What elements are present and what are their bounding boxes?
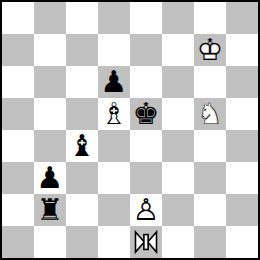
- square-g4[interactable]: [194, 130, 226, 162]
- square-f1[interactable]: [162, 226, 194, 258]
- square-h5[interactable]: [226, 98, 258, 130]
- square-h4[interactable]: [226, 130, 258, 162]
- piece-white-king: ♚♔: [194, 34, 226, 66]
- square-e1[interactable]: [130, 226, 162, 258]
- square-d1[interactable]: [98, 226, 130, 258]
- square-a4[interactable]: [2, 130, 34, 162]
- square-b3[interactable]: ♟: [34, 162, 66, 194]
- square-f4[interactable]: [162, 130, 194, 162]
- black-piece-glyph: ♚: [130, 98, 162, 130]
- square-h2[interactable]: [226, 194, 258, 226]
- square-c1[interactable]: [66, 226, 98, 258]
- piece-black-bishop: ♝: [66, 130, 98, 162]
- square-c2[interactable]: [66, 194, 98, 226]
- square-h7[interactable]: [226, 34, 258, 66]
- piece-black-rook: ♜: [34, 194, 66, 226]
- square-g5[interactable]: ♞♘: [194, 98, 226, 130]
- piece-black-pawn: ♟: [98, 66, 130, 98]
- fairy-piece-bowtie-icon: [132, 228, 160, 256]
- square-h1[interactable]: [226, 226, 258, 258]
- square-b4[interactable]: [34, 130, 66, 162]
- square-b8[interactable]: [34, 2, 66, 34]
- square-c8[interactable]: [66, 2, 98, 34]
- square-d5[interactable]: ♝♗: [98, 98, 130, 130]
- square-d8[interactable]: [98, 2, 130, 34]
- square-h6[interactable]: [226, 66, 258, 98]
- square-b6[interactable]: [34, 66, 66, 98]
- square-e4[interactable]: [130, 130, 162, 162]
- square-g7[interactable]: ♚♔: [194, 34, 226, 66]
- square-d4[interactable]: [98, 130, 130, 162]
- square-d2[interactable]: [98, 194, 130, 226]
- black-piece-glyph: ♟: [34, 162, 66, 194]
- square-c5[interactable]: [66, 98, 98, 130]
- square-a5[interactable]: [2, 98, 34, 130]
- square-c7[interactable]: [66, 34, 98, 66]
- square-a6[interactable]: [2, 66, 34, 98]
- square-b5[interactable]: [34, 98, 66, 130]
- square-e3[interactable]: [130, 162, 162, 194]
- white-piece-outline-glyph: ♔: [194, 34, 226, 66]
- square-g1[interactable]: [194, 226, 226, 258]
- square-g8[interactable]: [194, 2, 226, 34]
- square-a7[interactable]: [2, 34, 34, 66]
- square-e8[interactable]: [130, 2, 162, 34]
- square-a3[interactable]: [2, 162, 34, 194]
- square-f5[interactable]: [162, 98, 194, 130]
- piece-white-knight: ♞♘: [194, 98, 226, 130]
- square-g2[interactable]: [194, 194, 226, 226]
- black-piece-glyph: ♝: [66, 130, 98, 162]
- square-c4[interactable]: ♝: [66, 130, 98, 162]
- piece-white-fairy-bowtie: [130, 226, 162, 258]
- square-b2[interactable]: ♜: [34, 194, 66, 226]
- square-f2[interactable]: [162, 194, 194, 226]
- white-piece-outline-glyph: ♘: [194, 98, 226, 130]
- square-h8[interactable]: [226, 2, 258, 34]
- square-e7[interactable]: [130, 34, 162, 66]
- white-piece-outline-glyph: ♙: [130, 194, 162, 226]
- square-a1[interactable]: [2, 226, 34, 258]
- square-a8[interactable]: [2, 2, 34, 34]
- square-g6[interactable]: [194, 66, 226, 98]
- square-d7[interactable]: [98, 34, 130, 66]
- piece-black-pawn: ♟: [34, 162, 66, 194]
- square-e6[interactable]: [130, 66, 162, 98]
- square-h3[interactable]: [226, 162, 258, 194]
- chess-board: ♚♔♟♝♗♚♞♘♝♟♜♟♙: [0, 0, 260, 260]
- white-piece-outline-glyph: ♗: [98, 98, 130, 130]
- square-d6[interactable]: ♟: [98, 66, 130, 98]
- square-e2[interactable]: ♟♙: [130, 194, 162, 226]
- black-piece-glyph: ♜: [34, 194, 66, 226]
- piece-black-king: ♚: [130, 98, 162, 130]
- square-g3[interactable]: [194, 162, 226, 194]
- square-f3[interactable]: [162, 162, 194, 194]
- black-piece-glyph: ♟: [98, 66, 130, 98]
- square-b7[interactable]: [34, 34, 66, 66]
- piece-white-pawn: ♟♙: [130, 194, 162, 226]
- square-c6[interactable]: [66, 66, 98, 98]
- square-e5[interactable]: ♚: [130, 98, 162, 130]
- square-c3[interactable]: [66, 162, 98, 194]
- piece-white-bishop: ♝♗: [98, 98, 130, 130]
- square-a2[interactable]: [2, 194, 34, 226]
- square-f7[interactable]: [162, 34, 194, 66]
- square-f6[interactable]: [162, 66, 194, 98]
- square-d3[interactable]: [98, 162, 130, 194]
- square-b1[interactable]: [34, 226, 66, 258]
- square-f8[interactable]: [162, 2, 194, 34]
